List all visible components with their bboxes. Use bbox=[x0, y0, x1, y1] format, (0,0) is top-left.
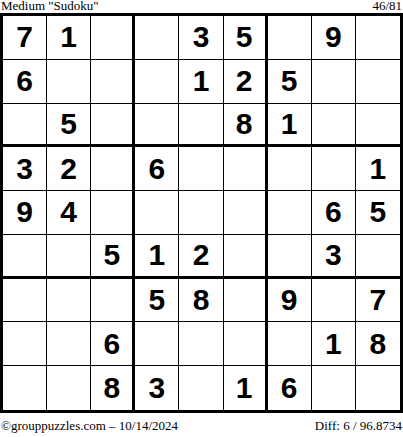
cell-r2c3[interactable] bbox=[91, 60, 135, 104]
cell-r9c3[interactable]: 8 bbox=[91, 366, 135, 410]
cell-r4c8[interactable] bbox=[312, 147, 356, 191]
cell-r8c7[interactable] bbox=[268, 322, 312, 366]
page-header: Medium "Sudoku" 46/81 bbox=[0, 0, 403, 13]
cell-r5c3[interactable] bbox=[91, 191, 135, 235]
cell-r4c4[interactable]: 6 bbox=[135, 147, 179, 191]
cell-r2c4[interactable] bbox=[135, 60, 179, 104]
cell-r3c5[interactable] bbox=[179, 104, 223, 148]
cell-r3c9[interactable] bbox=[356, 104, 400, 148]
cell-r2c7[interactable]: 5 bbox=[268, 60, 312, 104]
cell-r8c5[interactable] bbox=[179, 322, 223, 366]
cell-r7c1[interactable] bbox=[3, 279, 47, 323]
cell-r7c3[interactable] bbox=[91, 279, 135, 323]
cell-r8c9[interactable]: 8 bbox=[356, 322, 400, 366]
cell-r9c9[interactable] bbox=[356, 366, 400, 410]
cell-r1c1[interactable]: 7 bbox=[3, 16, 47, 60]
cell-r1c4[interactable] bbox=[135, 16, 179, 60]
cell-r9c4[interactable]: 3 bbox=[135, 366, 179, 410]
cell-r5c8[interactable]: 6 bbox=[312, 191, 356, 235]
copyright-text: ©grouppuzzles.com – 10/14/2024 bbox=[1, 419, 178, 433]
cell-r9c5[interactable] bbox=[179, 366, 223, 410]
difficulty-text: Diff: 6 / 96.8734 bbox=[315, 419, 402, 433]
cell-r7c9[interactable]: 7 bbox=[356, 279, 400, 323]
cell-r2c6[interactable]: 2 bbox=[224, 60, 268, 104]
cell-r1c7[interactable] bbox=[268, 16, 312, 60]
cell-r8c1[interactable] bbox=[3, 322, 47, 366]
cell-r1c2[interactable]: 1 bbox=[47, 16, 91, 60]
cell-r5c5[interactable] bbox=[179, 191, 223, 235]
cell-r2c1[interactable]: 6 bbox=[3, 60, 47, 104]
cell-r1c3[interactable] bbox=[91, 16, 135, 60]
cell-r3c2[interactable]: 5 bbox=[47, 104, 91, 148]
cell-r3c1[interactable] bbox=[3, 104, 47, 148]
cell-r1c6[interactable]: 5 bbox=[224, 16, 268, 60]
cell-r3c4[interactable] bbox=[135, 104, 179, 148]
cell-r9c8[interactable] bbox=[312, 366, 356, 410]
cell-r4c5[interactable] bbox=[179, 147, 223, 191]
cell-r4c6[interactable] bbox=[224, 147, 268, 191]
cell-r3c8[interactable] bbox=[312, 104, 356, 148]
cell-r1c8[interactable]: 9 bbox=[312, 16, 356, 60]
cell-r6c5[interactable]: 2 bbox=[179, 235, 223, 279]
sudoku-board: 71359612558132619465512358976188316 bbox=[0, 13, 403, 413]
cell-r5c2[interactable]: 4 bbox=[47, 191, 91, 235]
cell-r4c7[interactable] bbox=[268, 147, 312, 191]
cell-r5c9[interactable]: 5 bbox=[356, 191, 400, 235]
cell-r4c1[interactable]: 3 bbox=[3, 147, 47, 191]
cell-r6c7[interactable] bbox=[268, 235, 312, 279]
page-title: Medium "Sudoku" bbox=[1, 0, 99, 12]
cell-r5c6[interactable] bbox=[224, 191, 268, 235]
cell-r2c8[interactable] bbox=[312, 60, 356, 104]
sudoku-page: Medium "Sudoku" 46/81 713596125581326194… bbox=[0, 0, 403, 437]
cell-r1c9[interactable] bbox=[356, 16, 400, 60]
cell-r4c2[interactable]: 2 bbox=[47, 147, 91, 191]
cell-r7c6[interactable] bbox=[224, 279, 268, 323]
cell-r6c6[interactable] bbox=[224, 235, 268, 279]
cell-r6c3[interactable]: 5 bbox=[91, 235, 135, 279]
cell-r5c1[interactable]: 9 bbox=[3, 191, 47, 235]
cell-r9c7[interactable]: 6 bbox=[268, 366, 312, 410]
cell-r8c2[interactable] bbox=[47, 322, 91, 366]
cell-r7c5[interactable]: 8 bbox=[179, 279, 223, 323]
cell-r8c3[interactable]: 6 bbox=[91, 322, 135, 366]
cell-r4c9[interactable]: 1 bbox=[356, 147, 400, 191]
cell-r6c9[interactable] bbox=[356, 235, 400, 279]
cell-r7c8[interactable] bbox=[312, 279, 356, 323]
cell-r2c9[interactable] bbox=[356, 60, 400, 104]
cell-r9c2[interactable] bbox=[47, 366, 91, 410]
cell-r2c5[interactable]: 1 bbox=[179, 60, 223, 104]
cell-r8c6[interactable] bbox=[224, 322, 268, 366]
page-footer: ©grouppuzzles.com – 10/14/2024 Diff: 6 /… bbox=[0, 413, 403, 437]
cell-r9c6[interactable]: 1 bbox=[224, 366, 268, 410]
cell-r5c4[interactable] bbox=[135, 191, 179, 235]
cell-r3c3[interactable] bbox=[91, 104, 135, 148]
cell-r8c8[interactable]: 1 bbox=[312, 322, 356, 366]
cell-r7c4[interactable]: 5 bbox=[135, 279, 179, 323]
cell-r7c2[interactable] bbox=[47, 279, 91, 323]
cell-r3c6[interactable]: 8 bbox=[224, 104, 268, 148]
cell-r4c3[interactable] bbox=[91, 147, 135, 191]
cell-r8c4[interactable] bbox=[135, 322, 179, 366]
empty-cell-counter: 46/81 bbox=[372, 0, 402, 12]
cell-r6c4[interactable]: 1 bbox=[135, 235, 179, 279]
cell-r6c2[interactable] bbox=[47, 235, 91, 279]
cell-r3c7[interactable]: 1 bbox=[268, 104, 312, 148]
cell-r9c1[interactable] bbox=[3, 366, 47, 410]
cell-r5c7[interactable] bbox=[268, 191, 312, 235]
cell-r6c8[interactable]: 3 bbox=[312, 235, 356, 279]
cell-r1c5[interactable]: 3 bbox=[179, 16, 223, 60]
cell-r7c7[interactable]: 9 bbox=[268, 279, 312, 323]
cell-r2c2[interactable] bbox=[47, 60, 91, 104]
cell-r6c1[interactable] bbox=[3, 235, 47, 279]
